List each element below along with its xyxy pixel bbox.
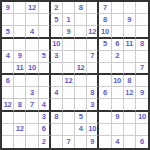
cell-r12c8[interactable]: 9: [87, 136, 99, 148]
sudoku-board: 9122875189549121010561184953721110127612…: [0, 0, 150, 150]
cell-r11c7[interactable]: 4: [75, 124, 87, 136]
cell-r6c11[interactable]: [124, 63, 136, 75]
cell-r9c9[interactable]: [99, 99, 111, 111]
given-digit: 12: [125, 89, 133, 97]
cell-r10c10[interactable]: 9: [112, 112, 124, 124]
cell-r5c3[interactable]: [26, 51, 38, 63]
cell-r4c9[interactable]: 5: [99, 39, 111, 51]
cell-r5c8[interactable]: 7: [87, 51, 99, 63]
cell-r1c8[interactable]: [87, 2, 99, 14]
given-digit: 8: [140, 40, 144, 48]
cell-r8c10[interactable]: [112, 87, 124, 99]
cell-r7c7[interactable]: [75, 75, 87, 87]
given-digit: 9: [140, 89, 144, 97]
given-digit: 5: [54, 16, 58, 24]
cell-r4c6[interactable]: [63, 39, 75, 51]
cell-r9c3[interactable]: 7: [26, 99, 38, 111]
cell-r8c12[interactable]: 9: [136, 87, 148, 99]
cell-r12c1[interactable]: [2, 136, 14, 148]
given-digit: 12: [4, 101, 12, 109]
cell-r4c3[interactable]: [26, 39, 38, 51]
given-digit: 4: [115, 138, 119, 146]
cell-r7c10[interactable]: 10: [112, 75, 124, 87]
cell-r9c7[interactable]: [75, 99, 87, 111]
cell-r5c10[interactable]: 2: [112, 51, 124, 63]
given-digit: 8: [127, 77, 131, 85]
given-digit: 12: [28, 4, 36, 12]
cell-r9c1[interactable]: 12: [2, 99, 14, 111]
cell-r9c10[interactable]: [112, 99, 124, 111]
cell-r6c7[interactable]: 12: [75, 63, 87, 75]
cell-r6c2[interactable]: 11: [14, 63, 26, 75]
cell-r5c6[interactable]: [63, 51, 75, 63]
cell-r2c2[interactable]: [14, 14, 26, 26]
cell-r4c2[interactable]: [14, 39, 26, 51]
cell-r3c6[interactable]: 9: [63, 26, 75, 38]
cell-r11c10[interactable]: [112, 124, 124, 136]
given-digit: 10: [101, 28, 109, 36]
cell-r12c2[interactable]: [14, 136, 26, 148]
cell-r5c9[interactable]: [99, 51, 111, 63]
given-digit: 9: [90, 138, 94, 146]
given-digit: 10: [138, 113, 146, 121]
cell-r2c12[interactable]: [136, 14, 148, 26]
cell-r1c6[interactable]: [63, 2, 75, 14]
cell-r4c4[interactable]: [39, 39, 51, 51]
cell-r7c11[interactable]: 8: [124, 75, 136, 87]
cell-r8c7[interactable]: [75, 87, 87, 99]
given-digit: 12: [16, 125, 24, 133]
given-digit: 2: [42, 138, 46, 146]
cell-r10c9[interactable]: [99, 112, 111, 124]
given-digit: 6: [115, 40, 119, 48]
given-digit: 10: [88, 125, 96, 133]
given-digit: 4: [30, 28, 34, 36]
given-digit: 5: [103, 40, 107, 48]
given-digit: 11: [16, 64, 23, 72]
given-digit: 3: [90, 101, 94, 109]
cell-r7c3[interactable]: [26, 75, 38, 87]
cell-r3c5[interactable]: [51, 26, 63, 38]
cell-r11c4[interactable]: 6: [39, 124, 51, 136]
cell-r10c8[interactable]: [87, 112, 99, 124]
given-digit: 1: [66, 16, 70, 24]
cell-r5c11[interactable]: [124, 51, 136, 63]
given-digit: 5: [6, 28, 10, 36]
given-digit: 3: [54, 52, 58, 60]
given-digit: 5: [42, 52, 46, 60]
given-digit: 6: [103, 89, 107, 97]
cell-r10c11[interactable]: [124, 112, 136, 124]
given-digit: 6: [140, 138, 144, 146]
cell-r1c12[interactable]: [136, 2, 148, 14]
cell-r3c10[interactable]: [112, 26, 124, 38]
given-digit: 7: [140, 64, 144, 72]
cell-r12c4[interactable]: 2: [39, 136, 51, 148]
cell-r8c3[interactable]: 3: [26, 87, 38, 99]
cell-r1c9[interactable]: 7: [99, 2, 111, 14]
cell-r5c2[interactable]: 9: [14, 51, 26, 63]
cell-r6c8[interactable]: [87, 63, 99, 75]
cell-r7c9[interactable]: [99, 75, 111, 87]
cell-r1c7[interactable]: 8: [75, 2, 87, 14]
given-digit: 8: [90, 89, 94, 97]
given-digit: 5: [79, 113, 83, 121]
cell-r4c10[interactable]: 6: [112, 39, 124, 51]
given-digit: 6: [42, 125, 46, 133]
cell-r6c4[interactable]: [39, 63, 51, 75]
cell-r2c3[interactable]: [26, 14, 38, 26]
given-digit: 9: [127, 16, 131, 24]
cell-r3c7[interactable]: [75, 26, 87, 38]
cell-r6c5[interactable]: [51, 63, 63, 75]
cell-r8c4[interactable]: [39, 87, 51, 99]
cell-r8c8[interactable]: 8: [87, 87, 99, 99]
cell-r2c6[interactable]: 1: [63, 14, 75, 26]
cell-r11c1[interactable]: [2, 124, 14, 136]
cell-r7c1[interactable]: 6: [2, 75, 14, 87]
cell-r9c5[interactable]: [51, 99, 63, 111]
cell-r2c5[interactable]: 5: [51, 14, 63, 26]
cell-r10c1[interactable]: [2, 112, 14, 124]
given-digit: 10: [28, 64, 36, 72]
cell-r8c1[interactable]: [2, 87, 14, 99]
cell-r6c10[interactable]: [112, 63, 124, 75]
cell-r4c8[interactable]: [87, 39, 99, 51]
cell-r4c5[interactable]: 10: [51, 39, 63, 51]
cell-r3c2[interactable]: [14, 26, 26, 38]
cell-r2c9[interactable]: 8: [99, 14, 111, 26]
cell-r11c2[interactable]: 12: [14, 124, 26, 136]
cell-r9c12[interactable]: [136, 99, 148, 111]
cell-r1c5[interactable]: 2: [51, 2, 63, 14]
cell-r8c11[interactable]: 12: [124, 87, 136, 99]
cell-r3c4[interactable]: [39, 26, 51, 38]
given-digit: 2: [54, 4, 58, 12]
cell-r9c4[interactable]: 4: [39, 99, 51, 111]
given-digit: 9: [115, 113, 119, 121]
cell-r7c8[interactable]: [87, 75, 99, 87]
given-digit: 4: [6, 52, 10, 60]
cell-r5c4[interactable]: 5: [39, 51, 51, 63]
cell-r9c11[interactable]: [124, 99, 136, 111]
given-digit: 6: [6, 77, 10, 85]
given-digit: 12: [65, 77, 73, 85]
cell-r2c10[interactable]: [112, 14, 124, 26]
cell-r2c1[interactable]: [2, 14, 14, 26]
cell-r1c11[interactable]: [124, 2, 136, 14]
given-digit: 7: [30, 101, 34, 109]
given-digit: 9: [66, 28, 70, 36]
cell-r11c6[interactable]: [63, 124, 75, 136]
given-digit: 3: [42, 113, 46, 121]
cell-r3c12[interactable]: [136, 26, 148, 38]
cell-r5c1[interactable]: 4: [2, 51, 14, 63]
given-digit: 8: [103, 16, 107, 24]
given-digit: 4: [42, 101, 46, 109]
given-digit: 7: [90, 52, 94, 60]
given-digit: 8: [54, 113, 58, 121]
cell-r3c8[interactable]: 12: [87, 26, 99, 38]
given-digit: 4: [54, 89, 58, 97]
cell-r3c3[interactable]: 4: [26, 26, 38, 38]
cell-r9c8[interactable]: 3: [87, 99, 99, 111]
cell-r5c7[interactable]: [75, 51, 87, 63]
cell-r4c1[interactable]: [2, 39, 14, 51]
cell-r6c1[interactable]: [2, 63, 14, 75]
cell-r11c8[interactable]: 10: [87, 124, 99, 136]
cell-r12c3[interactable]: [26, 136, 38, 148]
given-digit: 9: [18, 52, 22, 60]
cell-r11c5[interactable]: [51, 124, 63, 136]
cell-r12c12[interactable]: 6: [136, 136, 148, 148]
cell-r7c5[interactable]: [51, 75, 63, 87]
cell-r9c6[interactable]: [63, 99, 75, 111]
cell-r7c2[interactable]: [14, 75, 26, 87]
cell-r1c1[interactable]: 9: [2, 2, 14, 14]
given-digit: 12: [77, 64, 85, 72]
cell-r11c11[interactable]: [124, 124, 136, 136]
given-digit: 11: [126, 40, 133, 48]
cell-r10c7[interactable]: 5: [75, 112, 87, 124]
cell-r12c9[interactable]: [99, 136, 111, 148]
given-digit: 3: [30, 89, 34, 97]
cell-r8c5[interactable]: 4: [51, 87, 63, 99]
cell-r7c6[interactable]: 12: [63, 75, 75, 87]
cell-r9c2[interactable]: 8: [14, 99, 26, 111]
cell-r10c4[interactable]: 3: [39, 112, 51, 124]
cell-r6c12[interactable]: 7: [136, 63, 148, 75]
given-digit: 7: [103, 4, 107, 12]
cell-r11c9[interactable]: [99, 124, 111, 136]
given-digit: 2: [115, 52, 119, 60]
cell-r3c9[interactable]: 10: [99, 26, 111, 38]
cell-r7c12[interactable]: [136, 75, 148, 87]
cell-r12c11[interactable]: [124, 136, 136, 148]
cell-r8c6[interactable]: [63, 87, 75, 99]
cell-r3c1[interactable]: 5: [2, 26, 14, 38]
cell-r4c7[interactable]: [75, 39, 87, 51]
cell-r5c12[interactable]: [136, 51, 148, 63]
cell-r11c3[interactable]: [26, 124, 38, 136]
cell-r4c12[interactable]: 8: [136, 39, 148, 51]
cell-r2c4[interactable]: [39, 14, 51, 26]
cell-r8c9[interactable]: 6: [99, 87, 111, 99]
cell-r6c3[interactable]: 10: [26, 63, 38, 75]
cell-r12c6[interactable]: 7: [63, 136, 75, 148]
cell-r5c5[interactable]: 3: [51, 51, 63, 63]
cell-r2c11[interactable]: 9: [124, 14, 136, 26]
given-digit: 8: [18, 101, 22, 109]
cell-r12c10[interactable]: 4: [112, 136, 124, 148]
cell-r10c12[interactable]: 10: [136, 112, 148, 124]
cell-r2c7[interactable]: [75, 14, 87, 26]
cell-r11c12[interactable]: [136, 124, 148, 136]
cell-r6c6[interactable]: [63, 63, 75, 75]
cell-r6c9[interactable]: [99, 63, 111, 75]
cell-r10c5[interactable]: 8: [51, 112, 63, 124]
cell-r1c10[interactable]: [112, 2, 124, 14]
given-digit: 10: [113, 77, 121, 85]
given-digit: 10: [52, 40, 60, 48]
given-digit: 7: [66, 138, 70, 146]
cell-r10c2[interactable]: [14, 112, 26, 124]
cell-r1c3[interactable]: 12: [26, 2, 38, 14]
given-digit: 8: [79, 4, 83, 12]
cell-r1c4[interactable]: [39, 2, 51, 14]
cell-r3c11[interactable]: [124, 26, 136, 38]
cell-r8c2[interactable]: [14, 87, 26, 99]
cell-r4c11[interactable]: 11: [124, 39, 136, 51]
cell-r2c8[interactable]: [87, 14, 99, 26]
given-digit: 12: [88, 28, 96, 36]
cell-r10c3[interactable]: [26, 112, 38, 124]
cell-r12c7[interactable]: [75, 136, 87, 148]
given-digit: 9: [6, 4, 10, 12]
cell-r7c4[interactable]: [39, 75, 51, 87]
cell-r1c2[interactable]: [14, 2, 26, 14]
cell-r10c6[interactable]: [63, 112, 75, 124]
cell-r12c5[interactable]: [51, 136, 63, 148]
given-digit: 4: [79, 125, 83, 133]
